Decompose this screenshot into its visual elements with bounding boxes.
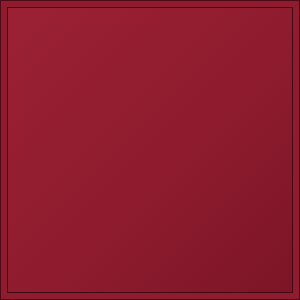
chess-board <box>8 8 292 292</box>
chess-board-frame <box>0 0 300 300</box>
